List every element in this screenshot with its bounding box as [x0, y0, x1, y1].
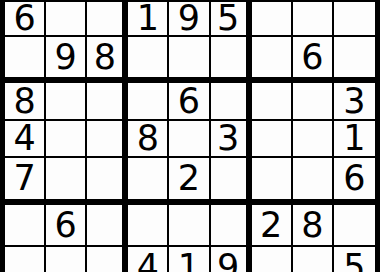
- sudoku-cell-r5c9: 1: [334, 121, 375, 158]
- sudoku-cell-r6c8: [293, 158, 334, 205]
- sudoku-cell-r8c9: 5: [334, 247, 375, 272]
- sudoku-cell-r6c6: [211, 158, 252, 205]
- sudoku-cell-r3c8: 6: [293, 37, 334, 83]
- sudoku-cell-r3c9: [334, 37, 375, 83]
- sudoku-cell-r7c1: [5, 205, 46, 247]
- sudoku-cell-r6c3: [87, 158, 128, 205]
- sudoku-cell-r4c8: [293, 83, 334, 121]
- sudoku-cell-r4c5: 6: [169, 83, 210, 121]
- sudoku-cell-r5c1: 4: [5, 121, 46, 158]
- sudoku-cell-r8c5: 1: [169, 247, 210, 272]
- sudoku-cell-r5c3: [87, 121, 128, 158]
- sudoku-cell-r3c1: [5, 37, 46, 83]
- sudoku-cell-r6c2: [46, 158, 87, 205]
- sudoku-cell-r7c3: [87, 205, 128, 247]
- sudoku-cell-r2c5: 9: [169, 2, 210, 37]
- sudoku-cell-r7c4: [128, 205, 169, 247]
- sudoku-cell-r6c1: 7: [5, 158, 46, 205]
- sudoku-cell-r4c3: [87, 83, 128, 121]
- sudoku-cell-r8c2: [46, 247, 87, 272]
- sudoku-cell-r5c6: 3: [211, 121, 252, 158]
- sudoku-cell-r2c2: [46, 2, 87, 37]
- sudoku-cell-r7c7: 2: [252, 205, 293, 247]
- sudoku-cell-r3c4: [128, 37, 169, 83]
- sudoku-cell-r2c7: [252, 2, 293, 37]
- sudoku-cell-r5c4: 8: [128, 121, 169, 158]
- sudoku-cell-r7c8: 8: [293, 205, 334, 247]
- sudoku-cell-r3c6: [211, 37, 252, 83]
- sudoku-cell-r2c6: 5: [211, 2, 252, 37]
- sudoku-cell-r8c3: [87, 247, 128, 272]
- sudoku-cell-r5c7: [252, 121, 293, 158]
- sudoku-cell-r2c1: 6: [5, 2, 46, 37]
- sudoku-cell-r6c7: [252, 158, 293, 205]
- sudoku-cell-r7c5: [169, 205, 210, 247]
- sudoku-cell-r5c8: [293, 121, 334, 158]
- sudoku-image: 619598686348317266284195: [0, 0, 380, 272]
- sudoku-cell-r8c6: 9: [211, 247, 252, 272]
- sudoku-cell-r2c9: [334, 2, 375, 37]
- sudoku-cell-r4c7: [252, 83, 293, 121]
- sudoku-board: 619598686348317266284195: [0, 0, 380, 272]
- sudoku-cell-r4c9: 3: [334, 83, 375, 121]
- sudoku-cell-r6c9: 6: [334, 158, 375, 205]
- sudoku-cell-r3c2: 9: [46, 37, 87, 83]
- sudoku-cell-r8c7: [252, 247, 293, 272]
- sudoku-cell-r4c6: [211, 83, 252, 121]
- sudoku-cell-r4c4: [128, 83, 169, 121]
- sudoku-cell-r7c9: [334, 205, 375, 247]
- sudoku-cell-r8c1: [5, 247, 46, 272]
- sudoku-cell-r8c4: 4: [128, 247, 169, 272]
- sudoku-cell-r2c4: 1: [128, 2, 169, 37]
- sudoku-cell-r3c3: 8: [87, 37, 128, 83]
- sudoku-cell-r4c1: 8: [5, 83, 46, 121]
- sudoku-cell-r8c8: [293, 247, 334, 272]
- sudoku-cell-r5c2: [46, 121, 87, 158]
- sudoku-cell-r2c8: [293, 2, 334, 37]
- sudoku-cell-r2c3: [87, 2, 128, 37]
- sudoku-cell-r7c2: 6: [46, 205, 87, 247]
- sudoku-cell-r6c5: 2: [169, 158, 210, 205]
- sudoku-cell-r5c5: [169, 121, 210, 158]
- sudoku-cell-r7c6: [211, 205, 252, 247]
- sudoku-cell-r3c5: [169, 37, 210, 83]
- sudoku-cell-r4c2: [46, 83, 87, 121]
- sudoku-cell-r6c4: [128, 158, 169, 205]
- sudoku-cell-r3c7: [252, 37, 293, 83]
